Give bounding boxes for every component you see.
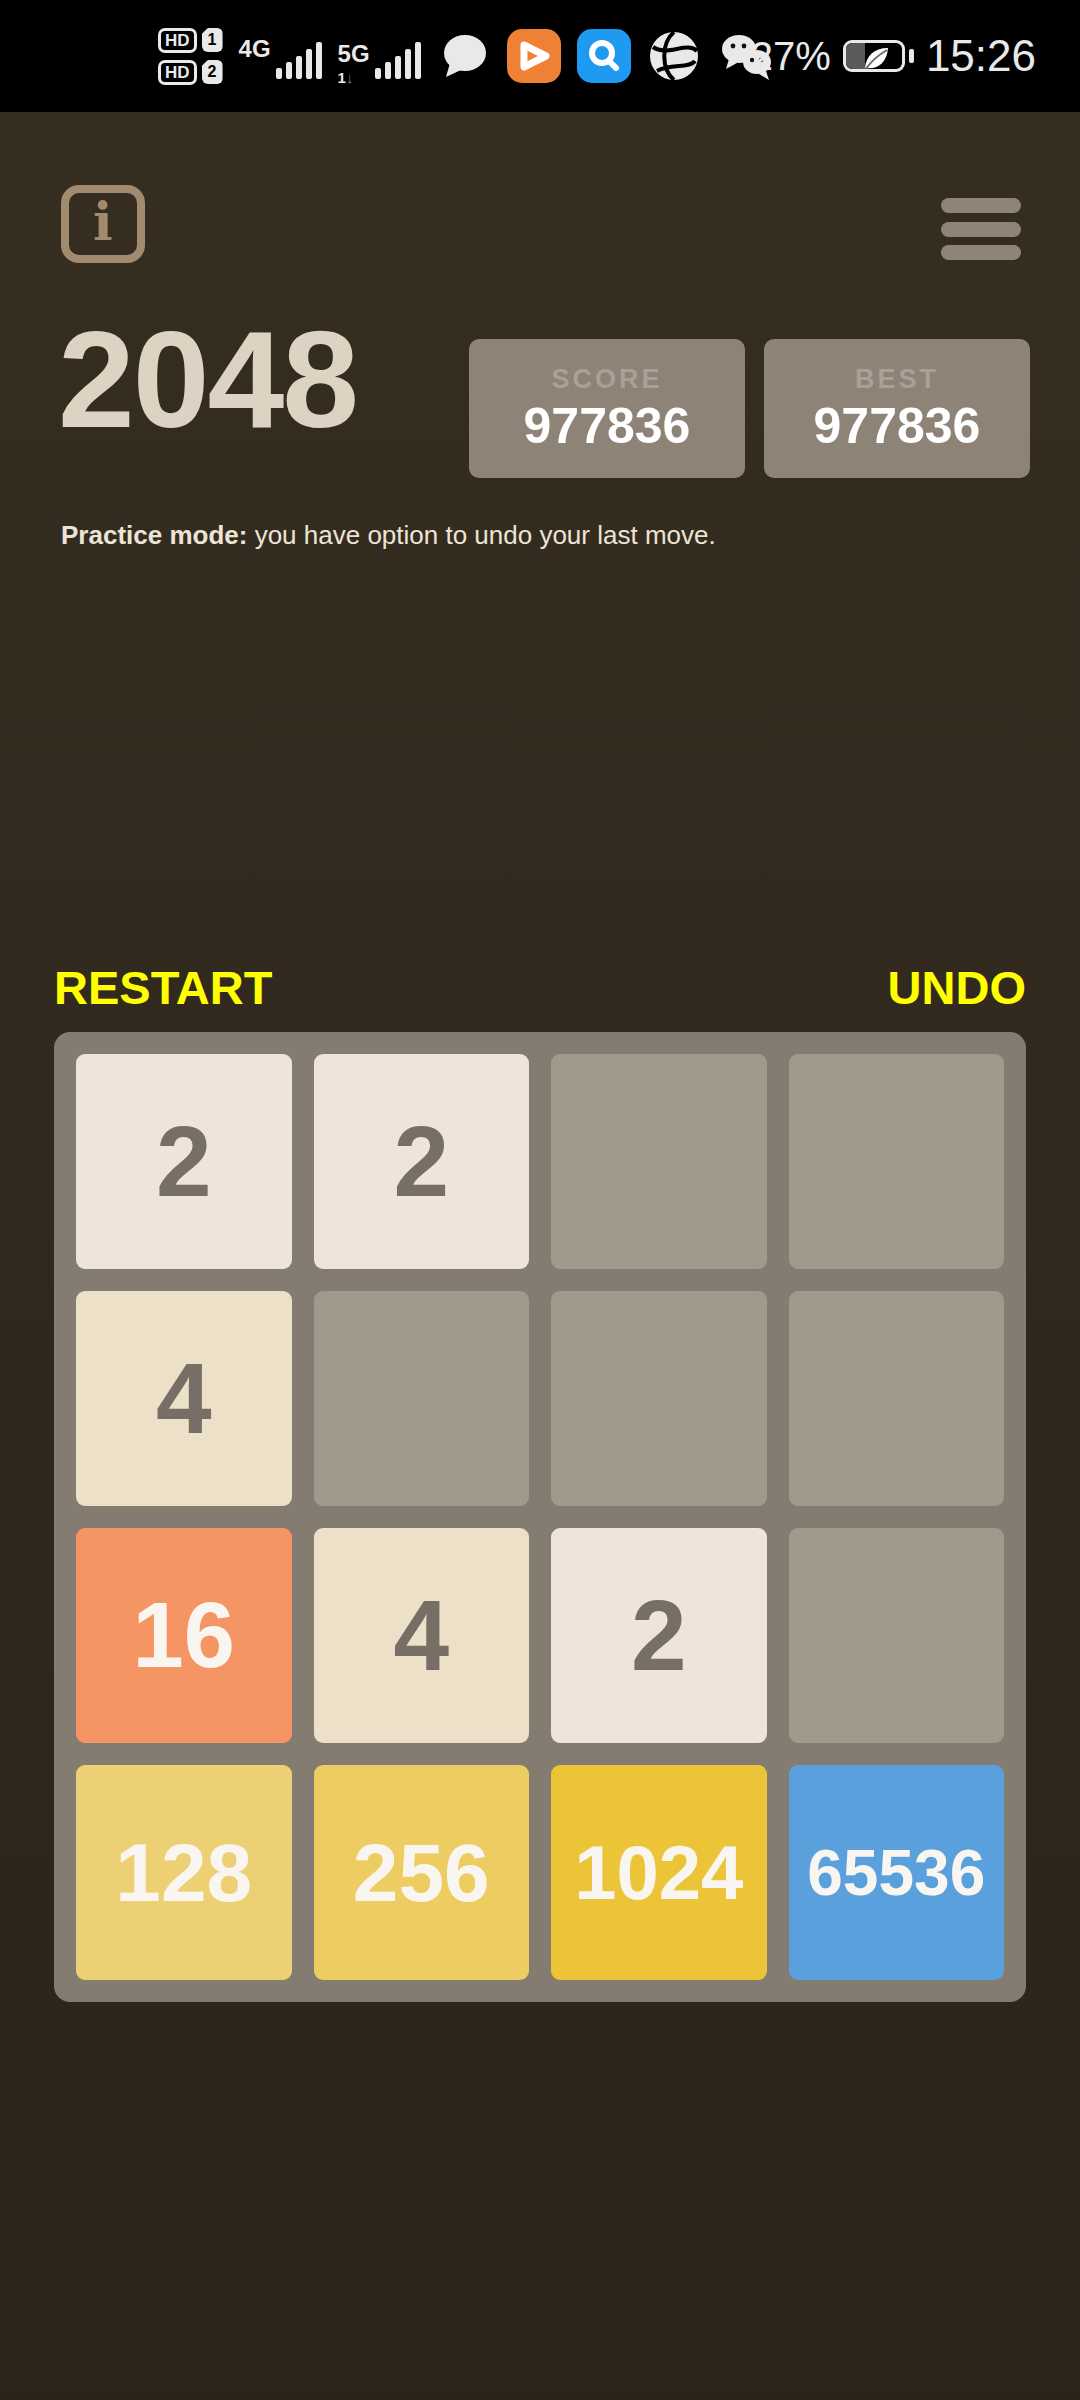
board-grid[interactable]: 2241642128256102465536	[54, 1032, 1026, 2002]
hd-icon: HD	[158, 28, 197, 53]
battery-saver-leaf-icon	[843, 40, 905, 72]
battery-percent: 27%	[751, 34, 831, 79]
sim1-hd: HD 1	[158, 28, 223, 53]
phone-screen: HD 1 HD 2 4G 5G 1↓	[0, 0, 1080, 2400]
browser-app-icon	[647, 29, 701, 83]
signal-bars-icon	[375, 39, 421, 79]
network-5g-sub: 1↓	[338, 70, 354, 85]
tile-4: 4	[314, 1528, 530, 1743]
tile-value: 65536	[807, 1836, 985, 1910]
hamburger-icon	[941, 222, 1021, 237]
tile-2: 2	[76, 1054, 292, 1269]
tile-16: 16	[76, 1528, 292, 1743]
status-bar-right: 27% 15:26	[751, 0, 1036, 112]
empty-cell	[314, 1291, 530, 1506]
empty-cell	[551, 1054, 767, 1269]
status-bar-left: HD 1 HD 2 4G 5G 1↓	[158, 0, 775, 112]
hamburger-icon	[941, 245, 1021, 260]
signal-bars-icon	[276, 39, 322, 79]
undo-button[interactable]: UNDO	[888, 964, 1026, 1011]
best-box: BEST 977836	[764, 339, 1030, 478]
signal-4g: 4G	[239, 21, 322, 91]
practice-mode-label: Practice mode:	[61, 520, 247, 550]
controls-row: RESTART UNDO	[54, 958, 1026, 1016]
tile-value: 16	[133, 1583, 235, 1688]
hd-icon: HD	[158, 60, 197, 85]
message-icon	[437, 29, 491, 83]
empty-cell	[789, 1528, 1005, 1743]
tile-value: 2	[631, 1578, 687, 1693]
practice-mode-text: you have option to undo your last move.	[247, 520, 715, 550]
sim2-hd: HD 2	[158, 60, 223, 85]
video-app-icon	[507, 29, 561, 83]
sim1-number: 1	[202, 28, 223, 52]
network-5g-label: 5G	[338, 42, 370, 66]
practice-mode-note: Practice mode: you have option to undo y…	[61, 520, 716, 551]
sim2-number: 2	[202, 60, 223, 84]
tile-value: 2	[156, 1104, 212, 1219]
tile-2: 2	[551, 1528, 767, 1743]
score-label: SCORE	[551, 366, 662, 393]
restart-button[interactable]: RESTART	[54, 964, 272, 1011]
score-box: SCORE 977836	[469, 339, 745, 478]
best-label: BEST	[855, 366, 939, 393]
best-value: 977836	[814, 401, 981, 451]
tile-value: 4	[156, 1341, 212, 1456]
network-4g-label: 4G	[239, 37, 271, 61]
info-button[interactable]: i	[61, 185, 145, 263]
tile-256: 256	[314, 1765, 530, 1980]
tile-value: 128	[115, 1826, 252, 1920]
hamburger-icon	[941, 198, 1021, 213]
tile-4: 4	[76, 1291, 292, 1506]
tile-value: 1024	[574, 1829, 743, 1916]
search-app-icon	[577, 29, 631, 83]
hamburger-menu-button[interactable]	[941, 198, 1021, 260]
empty-cell	[789, 1054, 1005, 1269]
empty-cell	[789, 1291, 1005, 1506]
tile-65536: 65536	[789, 1765, 1005, 1980]
tile-value: 256	[353, 1826, 490, 1920]
empty-cell	[551, 1291, 767, 1506]
tile-value: 2	[393, 1104, 449, 1219]
clock: 15:26	[926, 31, 1036, 81]
tile-1024: 1024	[551, 1765, 767, 1980]
game-title: 2048	[58, 310, 357, 448]
signal-5g: 5G 1↓	[338, 21, 421, 91]
tile-128: 128	[76, 1765, 292, 1980]
tile-value: 4	[393, 1578, 449, 1693]
score-value: 977836	[524, 401, 691, 451]
info-icon: i	[93, 196, 113, 248]
status-bar: HD 1 HD 2 4G 5G 1↓	[0, 0, 1080, 112]
tile-2: 2	[314, 1054, 530, 1269]
sim-hd-badges: HD 1 HD 2	[158, 28, 223, 85]
battery-nub	[909, 49, 914, 63]
